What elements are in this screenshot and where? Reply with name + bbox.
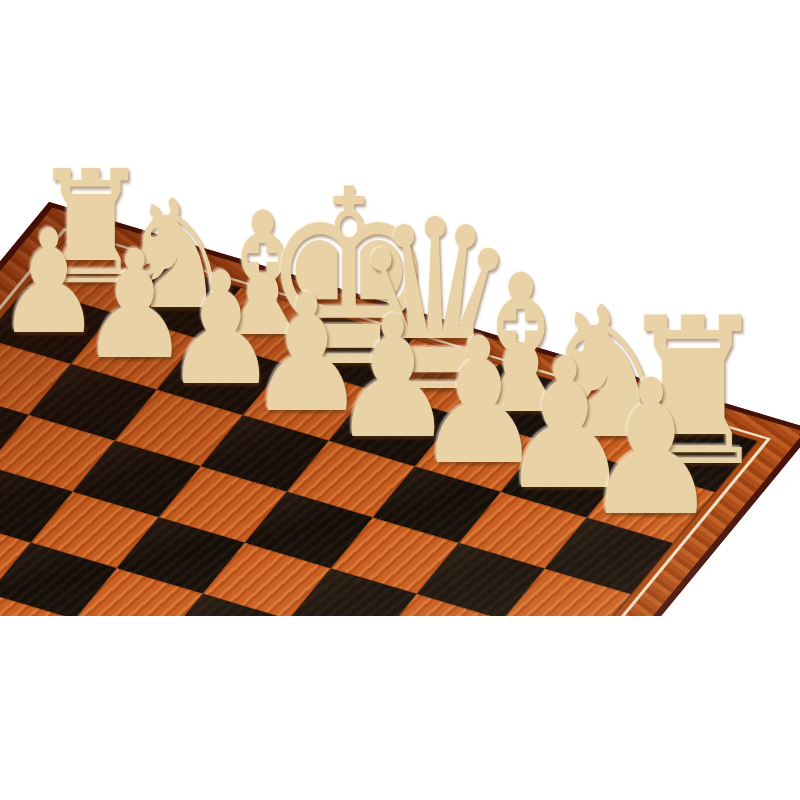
piece-white-pawn-h7[interactable]: ♟ [582, 356, 719, 543]
chess-set-photo: ♜♞♝♚♛♝♞♜♟♟♟♟♟♟♟♟ [0, 0, 800, 800]
